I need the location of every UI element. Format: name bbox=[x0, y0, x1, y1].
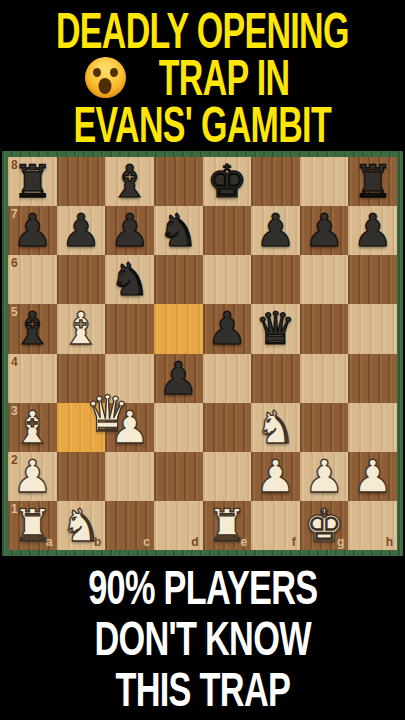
caption-banner: 90% PLAYERS DON'T KNOW THIS TRAP bbox=[0, 556, 405, 720]
square-b5[interactable]: ♝ bbox=[57, 304, 106, 353]
square-a8[interactable]: 8♜ bbox=[8, 157, 57, 206]
square-e5[interactable]: ♟ bbox=[203, 304, 252, 353]
caption-line-1: 90% PLAYERS bbox=[88, 559, 317, 615]
square-e4[interactable] bbox=[203, 354, 252, 403]
emoji-mouth bbox=[99, 78, 112, 94]
square-f3[interactable]: ♞ bbox=[251, 403, 300, 452]
white-pawn: ♟ bbox=[251, 452, 300, 501]
black-pawn: ♟ bbox=[300, 206, 349, 255]
square-e7[interactable] bbox=[203, 206, 252, 255]
black-bishop: ♝ bbox=[105, 157, 154, 206]
file-label-b: b bbox=[94, 536, 101, 548]
file-label-c: c bbox=[143, 536, 150, 548]
square-e1[interactable]: e♜ bbox=[203, 501, 252, 550]
square-b3[interactable] bbox=[57, 403, 106, 452]
square-d6[interactable] bbox=[154, 255, 203, 304]
black-knight: ♞ bbox=[154, 206, 203, 255]
square-h2[interactable]: ♟ bbox=[348, 452, 397, 501]
square-c8[interactable]: ♝ bbox=[105, 157, 154, 206]
square-e3[interactable] bbox=[203, 403, 252, 452]
white-pawn: ♟ bbox=[300, 452, 349, 501]
square-a3[interactable]: 3♝ bbox=[8, 403, 57, 452]
square-g2[interactable]: ♟ bbox=[300, 452, 349, 501]
square-f7[interactable]: ♟ bbox=[251, 206, 300, 255]
emoji-right-eye bbox=[110, 68, 118, 77]
file-label-f: f bbox=[292, 536, 296, 548]
rank-label-1: 1 bbox=[11, 503, 18, 515]
square-d5[interactable] bbox=[154, 304, 203, 353]
rank-label-5: 5 bbox=[11, 306, 18, 318]
square-e8[interactable]: ♚ bbox=[203, 157, 252, 206]
file-label-e: e bbox=[240, 536, 247, 548]
file-label-h: h bbox=[386, 536, 393, 548]
square-a1[interactable]: 1a♜ bbox=[8, 501, 57, 550]
square-f1[interactable]: f bbox=[251, 501, 300, 550]
square-g4[interactable] bbox=[300, 354, 349, 403]
rank-label-8: 8 bbox=[11, 159, 18, 171]
white-pawn: ♟ bbox=[105, 403, 154, 452]
square-e2[interactable] bbox=[203, 452, 252, 501]
rank-label-2: 2 bbox=[11, 454, 18, 466]
white-king: ♚ bbox=[300, 501, 349, 550]
chess-board: 8♜♝♚♜7♟♟♟♞♟♟♟6♞5♝♝♟♛4♟3♝♟♞2♟♟♟♟1a♜b♞cde♜… bbox=[8, 157, 397, 550]
square-d2[interactable] bbox=[154, 452, 203, 501]
black-pawn: ♟ bbox=[8, 206, 57, 255]
square-f5[interactable]: ♛ bbox=[251, 304, 300, 353]
rank-label-7: 7 bbox=[11, 208, 18, 220]
black-queen: ♛ bbox=[251, 304, 300, 353]
black-pawn: ♟ bbox=[57, 206, 106, 255]
rank-label-3: 3 bbox=[11, 405, 18, 417]
square-a7[interactable]: 7♟ bbox=[8, 206, 57, 255]
board-frame: 8♜♝♚♜7♟♟♟♞♟♟♟6♞5♝♝♟♛4♟3♝♟♞2♟♟♟♟1a♜b♞cde♜… bbox=[2, 151, 403, 556]
square-h8[interactable]: ♜ bbox=[348, 157, 397, 206]
black-rook: ♜ bbox=[8, 157, 57, 206]
square-h4[interactable] bbox=[348, 354, 397, 403]
black-pawn: ♟ bbox=[348, 206, 397, 255]
square-e6[interactable] bbox=[203, 255, 252, 304]
title-line-3: EVANS' GAMBIT bbox=[74, 96, 331, 154]
white-pawn: ♟ bbox=[348, 452, 397, 501]
square-c2[interactable] bbox=[105, 452, 154, 501]
square-b7[interactable]: ♟ bbox=[57, 206, 106, 255]
square-f2[interactable]: ♟ bbox=[251, 452, 300, 501]
square-d8[interactable] bbox=[154, 157, 203, 206]
square-h1[interactable]: h bbox=[348, 501, 397, 550]
file-label-g: g bbox=[337, 536, 344, 548]
square-d4[interactable]: ♟ bbox=[154, 354, 203, 403]
square-h3[interactable] bbox=[348, 403, 397, 452]
black-pawn: ♟ bbox=[154, 354, 203, 403]
square-b1[interactable]: b♞ bbox=[57, 501, 106, 550]
black-pawn: ♟ bbox=[105, 206, 154, 255]
square-b8[interactable] bbox=[57, 157, 106, 206]
square-b2[interactable] bbox=[57, 452, 106, 501]
square-c3[interactable]: ♟ bbox=[105, 403, 154, 452]
title-banner: DEADLY OPENING TRAP IN EVANS' GAMBIT bbox=[0, 0, 405, 151]
caption-line-3: THIS TRAP bbox=[115, 661, 290, 717]
rank-label-6: 6 bbox=[11, 257, 18, 269]
white-bishop: ♝ bbox=[57, 304, 106, 353]
square-b6[interactable] bbox=[57, 255, 106, 304]
emoji-left-eye bbox=[93, 68, 101, 77]
square-h7[interactable]: ♟ bbox=[348, 206, 397, 255]
square-c4[interactable] bbox=[105, 354, 154, 403]
white-knight: ♞ bbox=[57, 501, 106, 550]
square-g6[interactable] bbox=[300, 255, 349, 304]
square-g1[interactable]: g♚ bbox=[300, 501, 349, 550]
white-rook: ♜ bbox=[8, 501, 57, 550]
square-f6[interactable] bbox=[251, 255, 300, 304]
file-label-d: d bbox=[191, 536, 198, 548]
square-c7[interactable]: ♟ bbox=[105, 206, 154, 255]
square-a6[interactable]: 6 bbox=[8, 255, 57, 304]
square-g8[interactable] bbox=[300, 157, 349, 206]
square-b4[interactable] bbox=[57, 354, 106, 403]
caption-line-2: DON'T KNOW bbox=[94, 610, 310, 666]
square-d1[interactable]: d bbox=[154, 501, 203, 550]
white-rook: ♜ bbox=[203, 501, 252, 550]
square-g7[interactable]: ♟ bbox=[300, 206, 349, 255]
square-h6[interactable] bbox=[348, 255, 397, 304]
square-c1[interactable]: c bbox=[105, 501, 154, 550]
square-c5[interactable] bbox=[105, 304, 154, 353]
square-f8[interactable] bbox=[251, 157, 300, 206]
black-pawn: ♟ bbox=[203, 304, 252, 353]
square-d7[interactable]: ♞ bbox=[154, 206, 203, 255]
black-rook: ♜ bbox=[348, 157, 397, 206]
square-c6[interactable]: ♞ bbox=[105, 255, 154, 304]
square-a5[interactable]: 5♝ bbox=[8, 304, 57, 353]
square-h5[interactable] bbox=[348, 304, 397, 353]
black-pawn: ♟ bbox=[251, 206, 300, 255]
square-a4[interactable]: 4 bbox=[8, 354, 57, 403]
file-label-a: a bbox=[46, 536, 53, 548]
black-bishop: ♝ bbox=[8, 304, 57, 353]
black-knight: ♞ bbox=[105, 255, 154, 304]
white-knight: ♞ bbox=[251, 403, 300, 452]
white-bishop: ♝ bbox=[8, 403, 57, 452]
square-g3[interactable] bbox=[300, 403, 349, 452]
black-king: ♚ bbox=[203, 157, 252, 206]
square-d3[interactable] bbox=[154, 403, 203, 452]
rank-label-4: 4 bbox=[11, 356, 18, 368]
open-mouth-emoji bbox=[85, 57, 126, 98]
square-a2[interactable]: 2♟ bbox=[8, 452, 57, 501]
white-pawn: ♟ bbox=[8, 452, 57, 501]
square-f4[interactable] bbox=[251, 354, 300, 403]
app-screen: { "title_banner": { "lines": ["DEADLY OP… bbox=[0, 0, 405, 720]
square-g5[interactable] bbox=[300, 304, 349, 353]
